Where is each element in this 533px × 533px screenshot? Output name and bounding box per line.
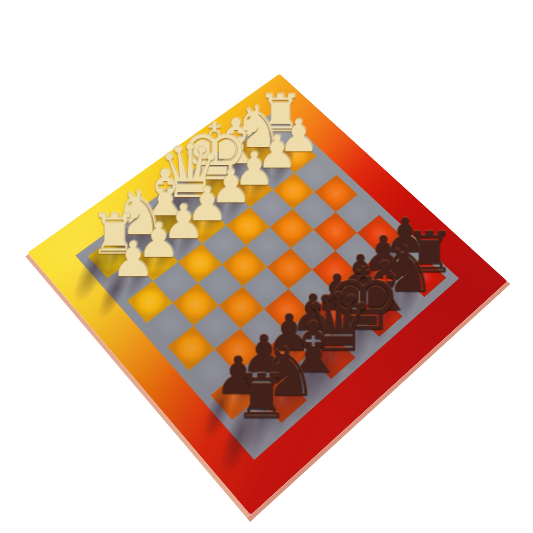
chess-board: ♜♞♝♛♚♝♞♜♟♟♟♟♟♟♟♟♟♟♟♟♟♟♟♟♜♞♝♛♚♝♞♜ xyxy=(27,73,507,514)
piece-black-rook[interactable]: ♜ xyxy=(224,365,297,426)
piece-white-pawn[interactable]: ♟ xyxy=(104,234,162,283)
chessboard-photo-scene: ♜♞♝♛♚♝♞♜♟♟♟♟♟♟♟♟♟♟♟♟♟♟♟♟♜♞♝♛♚♝♞♜ xyxy=(0,0,533,533)
